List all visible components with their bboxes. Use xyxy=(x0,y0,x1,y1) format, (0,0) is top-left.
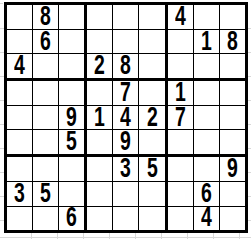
cell-r2c8: 1 xyxy=(194,30,219,54)
spreadsheet-gridline xyxy=(248,220,251,221)
cell-r9c5[interactable] xyxy=(113,207,138,231)
given-digit: 8 xyxy=(121,52,132,79)
given-digit: 7 xyxy=(175,104,186,131)
spreadsheet-gridline xyxy=(0,220,4,221)
spreadsheet-gridline xyxy=(248,100,251,101)
cell-r3c3[interactable] xyxy=(59,54,84,78)
cell-r5c2[interactable] xyxy=(33,106,58,130)
cell-r9c4[interactable] xyxy=(87,207,112,231)
given-digit: 1 xyxy=(94,104,105,131)
cell-r4c1[interactable] xyxy=(7,81,32,105)
cell-r8c5[interactable] xyxy=(113,182,138,206)
cell-r3c6[interactable] xyxy=(139,54,164,78)
cell-r2c7[interactable] xyxy=(168,30,193,54)
cell-r6c9[interactable] xyxy=(220,130,245,154)
cell-r7c4[interactable] xyxy=(87,157,112,181)
cell-r7c9: 9 xyxy=(220,157,245,181)
cell-r9c9[interactable] xyxy=(220,207,245,231)
cell-r7c7[interactable] xyxy=(168,157,193,181)
spreadsheet-gridline xyxy=(0,28,4,29)
given-digit: 3 xyxy=(14,180,25,207)
cell-r7c6: 5 xyxy=(139,157,164,181)
given-digit: 4 xyxy=(14,52,25,79)
box-8: 35 xyxy=(87,157,164,230)
cell-r9c7[interactable] xyxy=(168,207,193,231)
cell-r5c9[interactable] xyxy=(220,106,245,130)
spreadsheet-gridline xyxy=(0,3,3,4)
spreadsheet-gridline xyxy=(0,237,251,238)
spreadsheet-canvas: 8642841895714291735635964 xyxy=(0,0,251,239)
cell-r6c1[interactable] xyxy=(7,130,32,154)
spreadsheet-gridline xyxy=(187,233,188,239)
cell-r8c4[interactable] xyxy=(87,182,112,206)
cell-r8c6[interactable] xyxy=(139,182,164,206)
spreadsheet-gridline xyxy=(0,76,4,77)
cell-r3c4: 2 xyxy=(87,54,112,78)
cell-r7c5: 3 xyxy=(113,157,138,181)
cell-r6c8[interactable] xyxy=(194,130,219,154)
cell-r9c6[interactable] xyxy=(139,207,164,231)
cell-r6c6[interactable] xyxy=(139,130,164,154)
given-digit: 9 xyxy=(227,155,238,182)
box-7: 356 xyxy=(7,157,84,230)
cell-r5c8[interactable] xyxy=(194,106,219,130)
cell-r9c3: 6 xyxy=(59,207,84,231)
cell-r2c2: 6 xyxy=(33,30,58,54)
given-digit: 9 xyxy=(121,128,132,155)
cell-r5c6: 2 xyxy=(139,106,164,130)
cell-r4c8[interactable] xyxy=(194,81,219,105)
cell-r2c6[interactable] xyxy=(139,30,164,54)
box-5: 71429 xyxy=(87,81,164,154)
given-digit: 5 xyxy=(66,128,77,155)
given-digit: 2 xyxy=(147,104,158,131)
given-digit: 2 xyxy=(94,52,105,79)
cell-r1c1[interactable] xyxy=(7,5,32,29)
cell-r4c9[interactable] xyxy=(220,81,245,105)
given-digit: 6 xyxy=(40,28,51,55)
spreadsheet-gridline xyxy=(0,52,4,53)
given-digit: 1 xyxy=(201,28,212,55)
cell-r2c9: 8 xyxy=(220,30,245,54)
box-4: 95 xyxy=(7,81,84,154)
spreadsheet-gridline xyxy=(31,233,32,239)
given-digit: 4 xyxy=(201,204,212,231)
spreadsheet-gridline xyxy=(0,196,4,197)
cell-r9c1[interactable] xyxy=(7,207,32,231)
cell-r3c9[interactable] xyxy=(220,54,245,78)
cell-r3c2[interactable] xyxy=(33,54,58,78)
box-6: 17 xyxy=(168,81,245,154)
spreadsheet-gridline xyxy=(83,233,84,239)
box-1: 864 xyxy=(7,5,84,78)
spreadsheet-gridline xyxy=(239,233,240,239)
box-2: 28 xyxy=(87,5,164,78)
cell-r9c8: 4 xyxy=(194,207,219,231)
cell-r1c5[interactable] xyxy=(113,5,138,29)
cell-r5c4: 1 xyxy=(87,106,112,130)
cell-r1c6[interactable] xyxy=(139,5,164,29)
cell-r6c5: 9 xyxy=(113,130,138,154)
box-9: 964 xyxy=(168,157,245,230)
cell-r5c7: 7 xyxy=(168,106,193,130)
cell-r5c1[interactable] xyxy=(7,106,32,130)
spreadsheet-gridline xyxy=(248,172,251,173)
spreadsheet-gridline xyxy=(248,196,251,197)
spreadsheet-gridline xyxy=(248,76,251,77)
box-3: 418 xyxy=(168,5,245,78)
spreadsheet-gridline xyxy=(0,124,4,125)
cell-r1c7: 4 xyxy=(168,5,193,29)
given-digit: 6 xyxy=(66,204,77,231)
cell-r1c4[interactable] xyxy=(87,5,112,29)
cell-r6c4[interactable] xyxy=(87,130,112,154)
cell-r6c3: 5 xyxy=(59,130,84,154)
cell-r3c8[interactable] xyxy=(194,54,219,78)
given-digit: 3 xyxy=(121,155,132,182)
given-digit: 5 xyxy=(40,180,51,207)
spreadsheet-gridline xyxy=(213,233,214,239)
cell-r3c7[interactable] xyxy=(168,54,193,78)
sudoku-board: 8642841895714291735635964 xyxy=(4,2,248,233)
cell-r1c3[interactable] xyxy=(59,5,84,29)
cell-r3c5: 8 xyxy=(113,54,138,78)
spreadsheet-gridline xyxy=(57,233,58,239)
cell-r9c2[interactable] xyxy=(33,207,58,231)
spreadsheet-gridline xyxy=(135,233,136,239)
spreadsheet-gridline xyxy=(161,233,162,239)
spreadsheet-gridline xyxy=(248,52,251,53)
spreadsheet-gridline xyxy=(248,148,251,149)
spreadsheet-gridline xyxy=(0,148,4,149)
cell-r8c1: 3 xyxy=(7,182,32,206)
cell-r8c7[interactable] xyxy=(168,182,193,206)
spreadsheet-gridline xyxy=(109,233,110,239)
spreadsheet-gridline xyxy=(248,28,251,29)
spreadsheet-gridline xyxy=(0,100,4,101)
cell-r8c9[interactable] xyxy=(220,182,245,206)
cell-r6c7[interactable] xyxy=(168,130,193,154)
given-digit: 4 xyxy=(175,3,186,30)
cell-r4c2[interactable] xyxy=(33,81,58,105)
given-digit: 8 xyxy=(227,28,238,55)
spreadsheet-gridline xyxy=(248,124,251,125)
cell-r8c2: 5 xyxy=(33,182,58,206)
cell-r7c3[interactable] xyxy=(59,157,84,181)
cell-r3c1: 4 xyxy=(7,54,32,78)
cell-r2c3[interactable] xyxy=(59,30,84,54)
cell-r6c2[interactable] xyxy=(33,130,58,154)
spreadsheet-gridline xyxy=(0,172,4,173)
given-digit: 5 xyxy=(147,155,158,182)
